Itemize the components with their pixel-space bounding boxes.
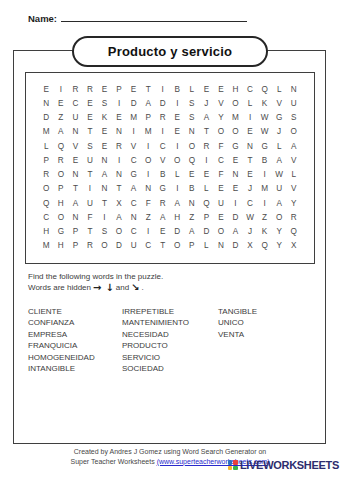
word-column-1: CLIENTECONFIANZAEMPRESAFRANQUICIAHOMOGEN…: [28, 306, 95, 374]
grid-cell-r7c12: E: [199, 168, 214, 182]
grid-cell-r3c3: U: [68, 111, 83, 125]
grid-cell-r12c8: C: [141, 239, 156, 253]
grid-cell-r6c18: V: [286, 153, 301, 167]
grid-cell-r8c11: B: [185, 182, 200, 196]
grid-cell-r1c6: P: [112, 82, 127, 96]
grid-cell-r3c1: D: [39, 111, 54, 125]
grid-cell-r6c17: A: [272, 153, 287, 167]
grid-cell-r4c10: E: [170, 125, 185, 139]
grid-cell-r9c17: A: [272, 196, 287, 210]
grid-cell-r2c8: A: [141, 96, 156, 110]
grid-cell-r1c8: T: [141, 82, 156, 96]
grid-cell-r10c17: O: [272, 210, 287, 224]
grid-cell-r8c10: I: [170, 182, 185, 196]
word-item: MANTENIMIENTO: [122, 317, 189, 328]
grid-cell-r9c18: Y: [286, 196, 301, 210]
word-column-2: IRREPETIBLEMANTENIMIENTONECESIDADPRODUCT…: [122, 306, 189, 374]
grid-cell-r7c9: B: [155, 168, 170, 182]
grid-cell-r4c14: O: [228, 125, 243, 139]
grid-cell-r2c17: V: [272, 96, 287, 110]
grid-cell-r12c2: H: [54, 239, 69, 253]
grid-cell-r12c14: D: [228, 239, 243, 253]
grid-cell-r6c12: I: [199, 153, 214, 167]
grid-cell-r8c3: T: [68, 182, 83, 196]
grid-cell-r5c7: V: [126, 139, 141, 153]
grid-cell-r2c2: E: [54, 96, 69, 110]
grid-cell-r12c11: P: [185, 239, 200, 253]
grid-cell-r3c11: S: [185, 111, 200, 125]
grid-cell-r12c6: D: [112, 239, 127, 253]
grid-cell-r1c9: I: [155, 82, 170, 96]
grid-cell-r5c8: I: [141, 139, 156, 153]
instructions-line2: Words are hidden→↓and↘.: [28, 282, 163, 293]
grid-cell-r10c7: N: [126, 210, 141, 224]
grid-cell-r1c4: R: [83, 82, 98, 96]
grid-cell-r6c13: C: [214, 153, 229, 167]
grid-cell-r3c6: E: [112, 111, 127, 125]
grid-cell-r9c4: U: [83, 196, 98, 210]
grid-cell-r9c16: I: [257, 196, 272, 210]
grid-cell-r3c8: P: [141, 111, 156, 125]
grid-cell-r2c14: O: [228, 96, 243, 110]
grid-cell-r1c7: E: [126, 82, 141, 96]
grid-cell-r10c16: Z: [257, 210, 272, 224]
word-item: UNICO: [218, 317, 257, 328]
grid-cell-r2c11: S: [185, 96, 200, 110]
grid-cell-r11c16: K: [257, 225, 272, 239]
grid-cell-r6c9: V: [155, 153, 170, 167]
grid-cell-r4c15: E: [243, 125, 258, 139]
grid-cell-r6c7: C: [126, 153, 141, 167]
grid-cell-r8c5: N: [97, 182, 112, 196]
grid-cell-r3c10: E: [170, 111, 185, 125]
grid-cell-r9c2: H: [54, 196, 69, 210]
grid-cell-r3c17: G: [272, 111, 287, 125]
word-item: IRREPETIBLE: [122, 306, 189, 317]
logo-square: [228, 460, 233, 465]
grid-cell-r4c6: N: [112, 125, 127, 139]
grid-cell-r8c9: G: [155, 182, 170, 196]
grid-cell-r12c7: U: [126, 239, 141, 253]
grid-cell-r2c3: C: [68, 96, 83, 110]
grid-cell-r9c6: X: [112, 196, 127, 210]
grid-cell-r9c15: C: [243, 196, 258, 210]
grid-cell-r1c5: E: [97, 82, 112, 96]
grid-cell-r1c10: B: [170, 82, 185, 96]
word-item: INTANGIBLE: [28, 363, 95, 374]
grid-cell-r12c3: P: [68, 239, 83, 253]
letter-grid: EIRREPETIBLEEHCQLNNECESIDADISJVOLKVUDZUE…: [39, 82, 301, 253]
puzzle-grid-box: EIRREPETIBLEEHCQLNNECESIDADISJVOLKVUDZUE…: [25, 72, 315, 264]
grid-cell-r1c3: R: [68, 82, 83, 96]
grid-cell-r2c10: I: [170, 96, 185, 110]
grid-cell-r12c5: O: [97, 239, 112, 253]
grid-cell-r12c9: T: [155, 239, 170, 253]
grid-cell-r12c4: R: [83, 239, 98, 253]
grid-cell-r5c11: O: [185, 139, 200, 153]
grid-cell-r3c13: Y: [214, 111, 229, 125]
grid-cell-r4c18: O: [286, 125, 301, 139]
grid-cell-r5c16: G: [257, 139, 272, 153]
grid-cell-r4c16: W: [257, 125, 272, 139]
grid-cell-r9c10: A: [170, 196, 185, 210]
grid-cell-r7c17: W: [272, 168, 287, 182]
grid-cell-r7c8: I: [141, 168, 156, 182]
grid-cell-r1c17: L: [272, 82, 287, 96]
grid-cell-r6c11: Q: [185, 153, 200, 167]
grid-cell-r6c6: I: [112, 153, 127, 167]
grid-cell-r12c10: O: [170, 239, 185, 253]
grid-cell-r10c10: H: [170, 210, 185, 224]
logo-square: [233, 466, 238, 471]
grid-cell-r5c14: G: [228, 139, 243, 153]
title-oval: Producto y servicio: [72, 36, 268, 67]
grid-cell-r4c4: T: [83, 125, 98, 139]
grid-cell-r10c4: F: [83, 210, 98, 224]
grid-cell-r6c14: E: [228, 153, 243, 167]
grid-cell-r6c1: P: [39, 153, 54, 167]
grid-cell-r8c4: I: [83, 182, 98, 196]
grid-cell-r12c18: X: [286, 239, 301, 253]
grid-cell-r2c15: L: [243, 96, 258, 110]
grid-cell-r3c18: S: [286, 111, 301, 125]
grid-cell-r12c16: Q: [257, 239, 272, 253]
grid-cell-r7c11: E: [185, 168, 200, 182]
grid-cell-r8c18: V: [286, 182, 301, 196]
grid-cell-r5c5: E: [97, 139, 112, 153]
grid-cell-r12c17: Y: [272, 239, 287, 253]
grid-cell-r10c8: Z: [141, 210, 156, 224]
word-item: SERVICIO: [122, 352, 189, 363]
grid-cell-r10c13: E: [214, 210, 229, 224]
grid-cell-r9c12: Q: [199, 196, 214, 210]
grid-cell-r7c6: N: [112, 168, 127, 182]
grid-cell-r3c7: M: [126, 111, 141, 125]
grid-cell-r4c12: T: [199, 125, 214, 139]
grid-cell-r8c16: M: [257, 182, 272, 196]
grid-cell-r11c6: O: [112, 225, 127, 239]
word-item: SOCIEDAD: [122, 363, 189, 374]
grid-cell-r8c6: T: [112, 182, 127, 196]
grid-cell-r5c2: Q: [54, 139, 69, 153]
grid-cell-r3c2: Z: [54, 111, 69, 125]
grid-cell-r5c17: L: [272, 139, 287, 153]
word-item: NECESIDAD: [122, 329, 189, 340]
word-item: TANGIBLE: [218, 306, 257, 317]
grid-cell-r2c12: J: [199, 96, 214, 110]
grid-cell-r9c5: T: [97, 196, 112, 210]
grid-cell-r2c5: S: [97, 96, 112, 110]
grid-cell-r10c14: D: [228, 210, 243, 224]
grid-cell-r11c7: C: [126, 225, 141, 239]
grid-cell-r7c1: R: [39, 168, 54, 182]
grid-cell-r11c9: E: [155, 225, 170, 239]
grid-cell-r8c8: N: [141, 182, 156, 196]
grid-cell-r10c9: A: [155, 210, 170, 224]
grid-cell-r6c8: O: [141, 153, 156, 167]
grid-cell-r3c9: R: [155, 111, 170, 125]
grid-cell-r7c14: N: [228, 168, 243, 182]
word-column-3: TANGIBLEUNICOVENTA: [218, 306, 257, 340]
grid-cell-r3c15: I: [243, 111, 258, 125]
grid-cell-r11c3: P: [68, 225, 83, 239]
grid-cell-r1c1: E: [39, 82, 54, 96]
grid-cell-r7c2: O: [54, 168, 69, 182]
grid-cell-r11c14: A: [228, 225, 243, 239]
grid-cell-r7c18: L: [286, 168, 301, 182]
grid-cell-r12c1: M: [39, 239, 54, 253]
grid-cell-r2c4: E: [83, 96, 98, 110]
grid-cell-r7c15: E: [243, 168, 258, 182]
grid-cell-r11c2: G: [54, 225, 69, 239]
word-item: EMPRESA: [28, 329, 95, 340]
grid-cell-r10c15: W: [243, 210, 258, 224]
grid-cell-r9c3: A: [68, 196, 83, 210]
grid-cell-r8c17: U: [272, 182, 287, 196]
grid-cell-r7c16: I: [257, 168, 272, 182]
grid-cell-r2c16: K: [257, 96, 272, 110]
grid-cell-r9c1: Q: [39, 196, 54, 210]
liveworksheets-watermark: LIVEWORKSHEETS: [228, 459, 339, 471]
grid-cell-r1c14: H: [228, 82, 243, 96]
grid-cell-r9c13: U: [214, 196, 229, 210]
grid-cell-r10c12: P: [199, 210, 214, 224]
word-item: VENTA: [218, 329, 257, 340]
instructions: Find the following words in the puzzle. …: [28, 271, 163, 293]
grid-cell-r6c3: E: [68, 153, 83, 167]
grid-cell-r7c13: F: [214, 168, 229, 182]
grid-cell-r12c15: X: [243, 239, 258, 253]
logo-square: [228, 466, 233, 471]
grid-cell-r5c12: R: [199, 139, 214, 153]
grid-cell-r9c8: F: [141, 196, 156, 210]
grid-cell-r2c7: D: [126, 96, 141, 110]
grid-cell-r11c12: D: [199, 225, 214, 239]
grid-cell-r4c2: A: [54, 125, 69, 139]
grid-cell-r10c11: Z: [185, 210, 200, 224]
grid-cell-r11c15: J: [243, 225, 258, 239]
right-arrow-icon: →: [91, 282, 103, 293]
grid-cell-r7c10: L: [170, 168, 185, 182]
liveworksheets-text: LIVEWORKSHEETS: [240, 459, 339, 471]
name-line: [61, 13, 247, 22]
grid-cell-r5c9: C: [155, 139, 170, 153]
name-row: Name:: [28, 13, 247, 24]
liveworksheets-logo-icon: [228, 460, 238, 470]
grid-cell-r5c1: L: [39, 139, 54, 153]
grid-cell-r6c15: T: [243, 153, 258, 167]
diagonal-arrow-icon: ↘: [129, 282, 141, 293]
grid-cell-r4c11: N: [185, 125, 200, 139]
grid-cell-r10c1: C: [39, 210, 54, 224]
grid-cell-r8c1: O: [39, 182, 54, 196]
grid-cell-r1c15: C: [243, 82, 258, 96]
name-label: Name:: [28, 13, 57, 24]
footer-line1: Created by Andres J Gomez using Word Sea…: [0, 447, 340, 457]
grid-cell-r11c13: O: [214, 225, 229, 239]
grid-cell-r10c6: A: [112, 210, 127, 224]
grid-cell-r1c18: N: [286, 82, 301, 96]
grid-cell-r4c17: J: [272, 125, 287, 139]
grid-cell-r5c3: V: [68, 139, 83, 153]
grid-cell-r2c6: I: [112, 96, 127, 110]
grid-cell-r10c3: N: [68, 210, 83, 224]
grid-cell-r7c5: A: [97, 168, 112, 182]
grid-cell-r5c13: F: [214, 139, 229, 153]
grid-cell-r11c8: I: [141, 225, 156, 239]
grid-cell-r7c7: G: [126, 168, 141, 182]
grid-cell-r4c3: N: [68, 125, 83, 139]
grid-cell-r2c1: N: [39, 96, 54, 110]
logo-square: [233, 460, 238, 465]
grid-cell-r11c1: H: [39, 225, 54, 239]
grid-cell-r5c4: S: [83, 139, 98, 153]
grid-cell-r3c12: A: [199, 111, 214, 125]
grid-cell-r9c9: R: [155, 196, 170, 210]
grid-cell-r8c15: J: [243, 182, 258, 196]
down-arrow-icon: ↓: [103, 282, 115, 293]
grid-cell-r11c5: S: [97, 225, 112, 239]
grid-cell-r5c10: I: [170, 139, 185, 153]
word-item: FRANQUICIA: [28, 340, 95, 351]
grid-cell-r2c9: D: [155, 96, 170, 110]
grid-cell-r5c6: R: [112, 139, 127, 153]
grid-cell-r3c4: E: [83, 111, 98, 125]
grid-cell-r11c17: Y: [272, 225, 287, 239]
grid-cell-r6c5: N: [97, 153, 112, 167]
word-item: HOMOGENEIDAD: [28, 352, 95, 363]
grid-cell-r4c1: M: [39, 125, 54, 139]
grid-cell-r1c16: Q: [257, 82, 272, 96]
grid-cell-r4c13: O: [214, 125, 229, 139]
word-item: CLIENTE: [28, 306, 95, 317]
grid-cell-r4c7: I: [126, 125, 141, 139]
grid-cell-r11c10: D: [170, 225, 185, 239]
grid-cell-r11c11: A: [185, 225, 200, 239]
grid-cell-r9c7: C: [126, 196, 141, 210]
grid-cell-r1c12: E: [199, 82, 214, 96]
grid-cell-r8c14: E: [228, 182, 243, 196]
grid-cell-r8c13: E: [214, 182, 229, 196]
word-item: PRODUCTO: [122, 340, 189, 351]
grid-cell-r10c5: I: [97, 210, 112, 224]
grid-cell-r6c16: B: [257, 153, 272, 167]
instructions-line1: Find the following words in the puzzle.: [28, 271, 163, 282]
grid-cell-r10c18: R: [286, 210, 301, 224]
page-title: Producto y servicio: [108, 44, 232, 59]
grid-cell-r7c4: T: [83, 168, 98, 182]
grid-cell-r6c2: R: [54, 153, 69, 167]
grid-cell-r5c18: A: [286, 139, 301, 153]
grid-cell-r9c14: I: [228, 196, 243, 210]
word-item: CONFIANZA: [28, 317, 95, 328]
grid-cell-r3c16: W: [257, 111, 272, 125]
grid-cell-r1c13: E: [214, 82, 229, 96]
grid-cell-r12c12: L: [199, 239, 214, 253]
grid-cell-r7c3: N: [68, 168, 83, 182]
grid-cell-r3c14: M: [228, 111, 243, 125]
grid-cell-r8c2: P: [54, 182, 69, 196]
grid-cell-r3c5: K: [97, 111, 112, 125]
grid-cell-r1c2: I: [54, 82, 69, 96]
grid-cell-r11c18: Q: [286, 225, 301, 239]
grid-cell-r8c12: L: [199, 182, 214, 196]
grid-cell-r8c7: A: [126, 182, 141, 196]
grid-cell-r12c13: N: [214, 239, 229, 253]
grid-cell-r6c4: U: [83, 153, 98, 167]
grid-cell-r6c10: O: [170, 153, 185, 167]
grid-cell-r4c5: E: [97, 125, 112, 139]
grid-cell-r2c18: U: [286, 96, 301, 110]
grid-cell-r9c11: N: [185, 196, 200, 210]
grid-cell-r10c2: O: [54, 210, 69, 224]
grid-cell-r1c11: L: [185, 82, 200, 96]
grid-cell-r2c13: V: [214, 96, 229, 110]
grid-cell-r5c15: N: [243, 139, 258, 153]
grid-cell-r4c9: I: [155, 125, 170, 139]
grid-cell-r4c8: M: [141, 125, 156, 139]
grid-cell-r11c4: T: [83, 225, 98, 239]
